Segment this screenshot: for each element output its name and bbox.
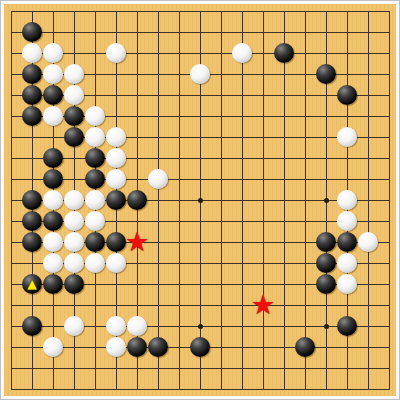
grid-line-vertical xyxy=(305,11,306,390)
grid-line-vertical xyxy=(263,11,264,390)
black-stone xyxy=(316,274,336,294)
go-board[interactable]: ▲★★ xyxy=(4,4,396,396)
black-stone xyxy=(295,337,315,357)
black-stone xyxy=(85,169,105,189)
grid-line-vertical xyxy=(221,11,222,390)
black-stone xyxy=(22,22,42,42)
black-stone xyxy=(43,274,63,294)
white-stone xyxy=(106,148,126,168)
white-stone xyxy=(106,127,126,147)
white-stone xyxy=(43,106,63,126)
white-stone xyxy=(85,190,105,210)
white-stone xyxy=(148,169,168,189)
white-stone xyxy=(85,211,105,231)
grid-line-horizontal xyxy=(11,368,390,369)
black-stone xyxy=(43,148,63,168)
black-stone xyxy=(22,85,42,105)
white-stone xyxy=(106,253,126,273)
black-stone xyxy=(337,85,357,105)
white-stone xyxy=(43,190,63,210)
go-app-window: ▲★★ xyxy=(0,0,400,400)
black-stone xyxy=(64,106,84,126)
white-stone xyxy=(190,64,210,84)
grid-line-vertical xyxy=(368,11,369,390)
grid-line-vertical xyxy=(242,11,243,390)
grid-line-horizontal xyxy=(11,389,390,390)
grid-line-vertical xyxy=(389,11,390,390)
black-stone xyxy=(64,127,84,147)
black-stone xyxy=(127,190,147,210)
white-stone xyxy=(64,190,84,210)
hoshi-star-point xyxy=(198,324,203,329)
black-stone xyxy=(274,43,294,63)
black-stone xyxy=(64,274,84,294)
hoshi-star-point xyxy=(324,324,329,329)
white-stone xyxy=(85,253,105,273)
black-stone xyxy=(43,85,63,105)
white-stone xyxy=(358,232,378,252)
white-stone xyxy=(337,253,357,273)
white-stone xyxy=(232,43,252,63)
white-stone xyxy=(106,43,126,63)
grid-line-vertical xyxy=(284,11,285,390)
grid-line-horizontal xyxy=(11,305,390,306)
black-stone xyxy=(22,190,42,210)
white-stone xyxy=(43,232,63,252)
white-stone xyxy=(85,106,105,126)
black-stone xyxy=(43,169,63,189)
black-stone xyxy=(316,64,336,84)
black-stone xyxy=(85,148,105,168)
black-stone xyxy=(22,106,42,126)
white-stone xyxy=(64,232,84,252)
white-stone xyxy=(43,337,63,357)
black-stone xyxy=(22,232,42,252)
white-stone xyxy=(127,316,147,336)
black-stone xyxy=(22,316,42,336)
white-stone xyxy=(64,253,84,273)
white-stone xyxy=(337,190,357,210)
white-stone xyxy=(337,127,357,147)
black-stone xyxy=(337,316,357,336)
hoshi-star-point xyxy=(198,198,203,203)
black-stone xyxy=(106,190,126,210)
black-stone xyxy=(43,211,63,231)
white-stone xyxy=(22,43,42,63)
white-stone xyxy=(85,127,105,147)
black-stone xyxy=(22,274,42,294)
black-stone xyxy=(148,337,168,357)
white-stone xyxy=(64,316,84,336)
white-stone xyxy=(43,253,63,273)
white-stone xyxy=(337,211,357,231)
black-stone xyxy=(190,337,210,357)
white-stone xyxy=(106,337,126,357)
white-stone xyxy=(64,211,84,231)
black-stone xyxy=(22,64,42,84)
white-stone xyxy=(64,64,84,84)
white-stone xyxy=(106,169,126,189)
black-stone xyxy=(22,211,42,231)
black-stone xyxy=(106,232,126,252)
black-stone xyxy=(316,232,336,252)
white-stone xyxy=(337,274,357,294)
white-stone xyxy=(64,85,84,105)
black-stone xyxy=(127,337,147,357)
hoshi-star-point xyxy=(324,198,329,203)
black-stone xyxy=(337,232,357,252)
black-stone xyxy=(316,253,336,273)
white-stone xyxy=(43,64,63,84)
black-stone xyxy=(85,232,105,252)
white-stone xyxy=(43,43,63,63)
white-stone xyxy=(106,316,126,336)
